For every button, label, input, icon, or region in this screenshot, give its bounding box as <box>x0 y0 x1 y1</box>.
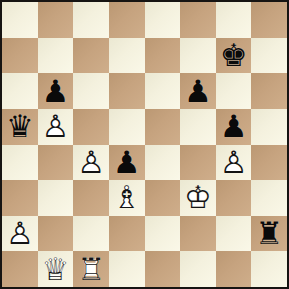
square-d6[interactable] <box>109 73 145 109</box>
square-g1[interactable] <box>216 251 252 287</box>
square-e1[interactable] <box>145 251 181 287</box>
square-a8[interactable] <box>2 2 38 38</box>
square-a4[interactable] <box>2 145 38 181</box>
square-g6[interactable] <box>216 73 252 109</box>
square-f4[interactable] <box>180 145 216 181</box>
square-a5[interactable]: ♛ <box>2 109 38 145</box>
chess-board: ♚♟♟♛♟♙♟♟♙♟♟♙♝♗♚♔♟♙♜♛♕♜♖ <box>0 0 289 289</box>
square-a7[interactable] <box>2 38 38 74</box>
black-pawn[interactable]: ♟ <box>180 73 216 109</box>
square-h3[interactable] <box>251 180 287 216</box>
square-a1[interactable] <box>2 251 38 287</box>
square-g5[interactable]: ♟ <box>216 109 252 145</box>
square-d8[interactable] <box>109 2 145 38</box>
square-a2[interactable]: ♟♙ <box>2 216 38 252</box>
square-d1[interactable] <box>109 251 145 287</box>
white-rook[interactable]: ♜♖ <box>73 251 109 287</box>
square-e3[interactable] <box>145 180 181 216</box>
square-b7[interactable] <box>38 38 74 74</box>
square-d7[interactable] <box>109 38 145 74</box>
square-g8[interactable] <box>216 2 252 38</box>
square-c3[interactable] <box>73 180 109 216</box>
square-h8[interactable] <box>251 2 287 38</box>
white-bishop[interactable]: ♝♗ <box>109 180 145 216</box>
square-e8[interactable] <box>145 2 181 38</box>
square-b1[interactable]: ♛♕ <box>38 251 74 287</box>
white-pawn[interactable]: ♟♙ <box>73 145 109 181</box>
black-pawn[interactable]: ♟ <box>38 73 74 109</box>
square-c7[interactable] <box>73 38 109 74</box>
white-queen[interactable]: ♛♕ <box>38 251 74 287</box>
square-b8[interactable] <box>38 2 74 38</box>
square-d2[interactable] <box>109 216 145 252</box>
white-pawn[interactable]: ♟♙ <box>216 145 252 181</box>
square-b5[interactable]: ♟♙ <box>38 109 74 145</box>
square-c1[interactable]: ♜♖ <box>73 251 109 287</box>
square-d3[interactable]: ♝♗ <box>109 180 145 216</box>
square-c5[interactable] <box>73 109 109 145</box>
square-e6[interactable] <box>145 73 181 109</box>
square-d4[interactable]: ♟ <box>109 145 145 181</box>
square-f6[interactable]: ♟ <box>180 73 216 109</box>
square-b6[interactable]: ♟ <box>38 73 74 109</box>
square-e4[interactable] <box>145 145 181 181</box>
square-f3[interactable]: ♚♔ <box>180 180 216 216</box>
white-pawn[interactable]: ♟♙ <box>2 216 38 252</box>
square-h1[interactable] <box>251 251 287 287</box>
square-c8[interactable] <box>73 2 109 38</box>
square-a3[interactable] <box>2 180 38 216</box>
square-c2[interactable] <box>73 216 109 252</box>
square-g3[interactable] <box>216 180 252 216</box>
white-pawn[interactable]: ♟♙ <box>38 109 74 145</box>
square-b2[interactable] <box>38 216 74 252</box>
black-rook[interactable]: ♜ <box>251 216 287 252</box>
square-g2[interactable] <box>216 216 252 252</box>
square-f2[interactable] <box>180 216 216 252</box>
square-f1[interactable] <box>180 251 216 287</box>
square-d5[interactable] <box>109 109 145 145</box>
square-b4[interactable] <box>38 145 74 181</box>
square-e7[interactable] <box>145 38 181 74</box>
square-h5[interactable] <box>251 109 287 145</box>
square-h7[interactable] <box>251 38 287 74</box>
square-f5[interactable] <box>180 109 216 145</box>
square-g4[interactable]: ♟♙ <box>216 145 252 181</box>
black-pawn[interactable]: ♟ <box>216 109 252 145</box>
square-a6[interactable] <box>2 73 38 109</box>
square-b3[interactable] <box>38 180 74 216</box>
square-h6[interactable] <box>251 73 287 109</box>
square-e5[interactable] <box>145 109 181 145</box>
square-h2[interactable]: ♜ <box>251 216 287 252</box>
black-king[interactable]: ♚ <box>216 38 252 74</box>
white-king[interactable]: ♚♔ <box>180 180 216 216</box>
square-h4[interactable] <box>251 145 287 181</box>
square-f8[interactable] <box>180 2 216 38</box>
square-e2[interactable] <box>145 216 181 252</box>
square-f7[interactable] <box>180 38 216 74</box>
black-queen[interactable]: ♛ <box>2 109 38 145</box>
square-c4[interactable]: ♟♙ <box>73 145 109 181</box>
black-pawn[interactable]: ♟ <box>109 145 145 181</box>
square-c6[interactable] <box>73 73 109 109</box>
square-g7[interactable]: ♚ <box>216 38 252 74</box>
